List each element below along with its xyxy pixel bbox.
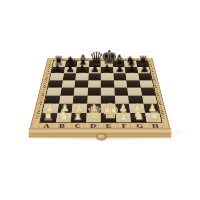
square-c5 (74, 80, 88, 87)
square-b5 (61, 80, 75, 87)
square-c6 (75, 73, 88, 80)
square-c4 (74, 88, 88, 96)
square-f3 (114, 95, 129, 103)
white-pawn: ♟ (57, 102, 72, 113)
square-e1: ♚ (101, 113, 116, 123)
white-pawn: ♟ (115, 102, 130, 113)
white-pawn: ♟ (43, 102, 58, 113)
square-b2: ♟ (57, 104, 73, 113)
square-f1: ♝ (115, 113, 131, 123)
square-g2: ♟ (129, 104, 145, 113)
square-h3 (142, 95, 158, 103)
square-c1: ♝ (71, 113, 87, 123)
square-b1: ♞ (56, 113, 72, 123)
square-e6 (101, 73, 114, 80)
square-e5 (101, 80, 114, 87)
black-rook: ♜ (53, 55, 65, 67)
square-h5 (139, 80, 153, 87)
square-f4 (114, 88, 128, 96)
chess-set-photo: ♜♞♝♛♚♝♞♜♟♟♟♟♟♟♟♟♟♟♟♟♟♟♟♟♜♞♝♛♚♝♞♜ ABCDEFG… (0, 0, 200, 200)
square-e3 (101, 95, 115, 103)
white-pawn: ♟ (72, 102, 87, 113)
square-a2: ♟ (43, 104, 59, 113)
square-d3 (87, 95, 101, 103)
square-d2: ♟ (86, 104, 101, 113)
square-b4 (60, 88, 74, 96)
black-king: ♚ (101, 48, 113, 67)
black-knight: ♞ (65, 55, 77, 67)
square-e2: ♟ (101, 104, 116, 113)
square-f5 (114, 80, 128, 87)
black-bishop: ♝ (77, 53, 89, 67)
square-f2: ♟ (115, 104, 130, 113)
white-pawn: ♟ (86, 102, 101, 113)
white-pawn: ♟ (101, 102, 116, 113)
white-pawn: ♟ (145, 102, 160, 113)
square-d1: ♛ (86, 113, 101, 123)
square-b3 (59, 95, 74, 103)
square-e4 (101, 88, 115, 96)
square-g6 (126, 73, 140, 80)
clasp-knob (96, 133, 106, 140)
square-g3 (128, 95, 143, 103)
square-d4 (87, 88, 101, 96)
board-front-edge (29, 128, 171, 137)
black-rook: ♜ (137, 55, 149, 67)
square-f6 (113, 73, 126, 80)
white-rook: ♜ (40, 109, 55, 122)
black-bishop: ♝ (113, 53, 125, 67)
board-field: ♜♞♝♛♚♝♞♜♟♟♟♟♟♟♟♟♟♟♟♟♟♟♟♟♜♞♝♛♚♝♞♜ (39, 60, 162, 122)
square-c3 (73, 95, 88, 103)
square-b6 (62, 73, 76, 80)
white-rook: ♜ (146, 109, 161, 122)
square-g4 (127, 88, 142, 96)
square-d6 (88, 73, 101, 80)
square-h6 (138, 73, 152, 80)
chess-board: ♜♞♝♛♚♝♞♜♟♟♟♟♟♟♟♟♟♟♟♟♟♟♟♟♜♞♝♛♚♝♞♜ ABCDEFG… (30, 58, 171, 128)
square-c2: ♟ (72, 104, 87, 113)
square-h4 (140, 88, 155, 96)
square-g5 (126, 80, 140, 87)
board-3d-wrapper: ♜♞♝♛♚♝♞♜♟♟♟♟♟♟♟♟♟♟♟♟♟♟♟♟♜♞♝♛♚♝♞♜ ABCDEFG… (30, 58, 171, 128)
square-g1: ♞ (130, 113, 146, 123)
square-h2: ♟ (143, 104, 159, 113)
square-d5 (88, 80, 101, 87)
square-h1: ♜ (145, 113, 162, 123)
